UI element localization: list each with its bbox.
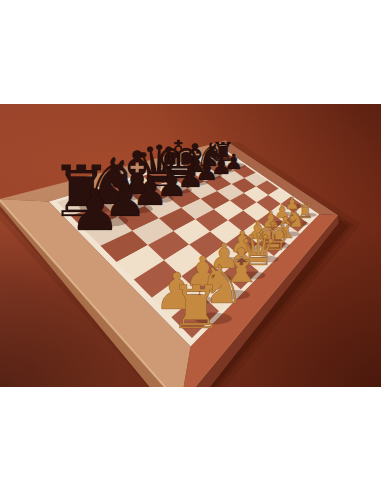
bottom-margin — [0, 387, 381, 492]
top-margin — [0, 0, 381, 104]
photo-chess-scene: ♜♞♟♝♟♚♟♛♟♝♟♞♟♜♟♟♟♜♟♟♞♟♝♚♟♛♟♝♟♞♟♜ — [0, 104, 381, 387]
page: ♜♞♟♝♟♚♟♛♟♝♟♞♟♜♟♟♟♜♟♟♞♟♝♚♟♛♟♝♟♞♟♜ — [0, 0, 381, 492]
piece-black-pawn-a7[interactable]: ♟ — [69, 177, 120, 244]
chess-board: ♜♞♟♝♟♚♟♛♟♝♟♞♟♜♟♟♟♜♟♟♞♟♝♚♟♛♟♝♟♞♟♜ — [0, 104, 381, 387]
piece-white-rook-a1[interactable]: ♜ — [169, 273, 222, 342]
